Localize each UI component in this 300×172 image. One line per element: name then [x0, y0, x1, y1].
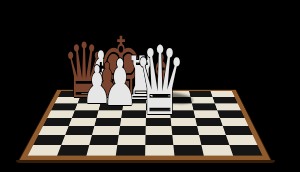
square-d1[interactable] [116, 145, 146, 156]
square-e2[interactable] [145, 135, 173, 145]
square-h4[interactable] [220, 118, 249, 126]
square-g4[interactable] [195, 118, 223, 126]
square-a4[interactable] [43, 118, 72, 126]
square-g6[interactable] [192, 103, 217, 110]
board-front-edge [16, 160, 275, 163]
square-g1[interactable] [201, 145, 233, 156]
square-e1[interactable] [145, 145, 174, 156]
square-a3[interactable] [38, 126, 68, 135]
square-b1[interactable] [57, 145, 89, 156]
square-h3[interactable] [223, 126, 253, 135]
square-h2[interactable] [226, 135, 257, 145]
square-c3[interactable] [92, 126, 120, 135]
piece-white-pawn-c6[interactable]: ♟ [102, 51, 138, 115]
square-a1[interactable] [28, 145, 61, 156]
square-c2[interactable] [89, 135, 118, 145]
square-f2[interactable] [172, 135, 201, 145]
square-b3[interactable] [65, 126, 94, 135]
square-f1[interactable] [173, 145, 203, 156]
square-a2[interactable] [33, 135, 65, 145]
square-b4[interactable] [69, 118, 97, 126]
square-c1[interactable] [86, 145, 117, 156]
square-g5[interactable] [194, 110, 220, 118]
square-b2[interactable] [61, 135, 92, 145]
square-h5[interactable] [217, 110, 244, 118]
square-h1[interactable] [229, 145, 262, 156]
square-d2[interactable] [117, 135, 145, 145]
chess-scene: ♛♝♚♝♟♜♟♟♛ [0, 0, 300, 172]
piece-white-queen-e6[interactable]: ♛ [134, 34, 187, 129]
square-g3[interactable] [197, 126, 226, 135]
square-g2[interactable] [199, 135, 229, 145]
square-h6[interactable] [215, 103, 241, 110]
